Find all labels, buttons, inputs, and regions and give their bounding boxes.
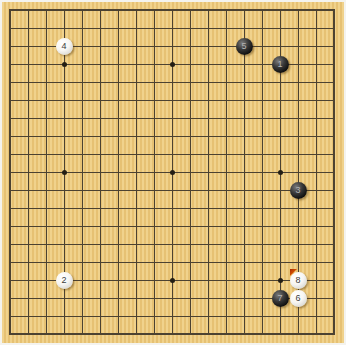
point-P11[interactable]	[253, 145, 271, 163]
point-R4[interactable]: 8	[289, 271, 307, 289]
point-C18[interactable]	[37, 19, 55, 37]
point-G8[interactable]	[109, 199, 127, 217]
point-F8[interactable]	[91, 199, 109, 217]
point-Q19[interactable]	[271, 1, 289, 19]
point-F1[interactable]	[91, 325, 109, 343]
point-B5[interactable]	[19, 253, 37, 271]
point-O7[interactable]	[235, 217, 253, 235]
point-F14[interactable]	[91, 91, 109, 109]
point-B13[interactable]	[19, 109, 37, 127]
point-M4[interactable]	[199, 271, 217, 289]
point-C15[interactable]	[37, 73, 55, 91]
point-H4[interactable]	[127, 271, 145, 289]
point-C1[interactable]	[37, 325, 55, 343]
point-G17[interactable]	[109, 37, 127, 55]
point-K17[interactable]	[163, 37, 181, 55]
point-N17[interactable]	[217, 37, 235, 55]
point-Q18[interactable]	[271, 19, 289, 37]
point-N11[interactable]	[217, 145, 235, 163]
point-S1[interactable]	[307, 325, 325, 343]
point-Q14[interactable]	[271, 91, 289, 109]
point-L3[interactable]	[181, 289, 199, 307]
point-T19[interactable]	[325, 1, 343, 19]
point-T17[interactable]	[325, 37, 343, 55]
point-N5[interactable]	[217, 253, 235, 271]
point-N14[interactable]	[217, 91, 235, 109]
point-Q9[interactable]	[271, 181, 289, 199]
point-M18[interactable]	[199, 19, 217, 37]
point-J5[interactable]	[145, 253, 163, 271]
point-M8[interactable]	[199, 199, 217, 217]
point-H6[interactable]	[127, 235, 145, 253]
point-K6[interactable]	[163, 235, 181, 253]
point-E15[interactable]	[73, 73, 91, 91]
point-B12[interactable]	[19, 127, 37, 145]
point-A6[interactable]	[1, 235, 19, 253]
point-L5[interactable]	[181, 253, 199, 271]
point-S18[interactable]	[307, 19, 325, 37]
point-F2[interactable]	[91, 307, 109, 325]
point-O3[interactable]	[235, 289, 253, 307]
point-K11[interactable]	[163, 145, 181, 163]
point-H12[interactable]	[127, 127, 145, 145]
point-E3[interactable]	[73, 289, 91, 307]
point-J15[interactable]	[145, 73, 163, 91]
point-A10[interactable]	[1, 163, 19, 181]
point-T15[interactable]	[325, 73, 343, 91]
point-H18[interactable]	[127, 19, 145, 37]
point-C13[interactable]	[37, 109, 55, 127]
point-D1[interactable]	[55, 325, 73, 343]
point-B11[interactable]	[19, 145, 37, 163]
point-O11[interactable]	[235, 145, 253, 163]
point-S13[interactable]	[307, 109, 325, 127]
point-M17[interactable]	[199, 37, 217, 55]
point-S9[interactable]	[307, 181, 325, 199]
point-J17[interactable]	[145, 37, 163, 55]
point-F10[interactable]	[91, 163, 109, 181]
point-H14[interactable]	[127, 91, 145, 109]
point-M10[interactable]	[199, 163, 217, 181]
point-L12[interactable]	[181, 127, 199, 145]
point-T8[interactable]	[325, 199, 343, 217]
point-K14[interactable]	[163, 91, 181, 109]
point-A11[interactable]	[1, 145, 19, 163]
point-T7[interactable]	[325, 217, 343, 235]
point-T6[interactable]	[325, 235, 343, 253]
point-B16[interactable]	[19, 55, 37, 73]
point-B9[interactable]	[19, 181, 37, 199]
point-L6[interactable]	[181, 235, 199, 253]
point-E4[interactable]	[73, 271, 91, 289]
point-D11[interactable]	[55, 145, 73, 163]
point-Q1[interactable]	[271, 325, 289, 343]
point-P9[interactable]	[253, 181, 271, 199]
point-T18[interactable]	[325, 19, 343, 37]
point-P13[interactable]	[253, 109, 271, 127]
point-D5[interactable]	[55, 253, 73, 271]
point-O9[interactable]	[235, 181, 253, 199]
point-H3[interactable]	[127, 289, 145, 307]
point-S14[interactable]	[307, 91, 325, 109]
point-R16[interactable]	[289, 55, 307, 73]
point-P19[interactable]	[253, 1, 271, 19]
point-P8[interactable]	[253, 199, 271, 217]
point-J6[interactable]	[145, 235, 163, 253]
point-E5[interactable]	[73, 253, 91, 271]
point-A5[interactable]	[1, 253, 19, 271]
point-S3[interactable]	[307, 289, 325, 307]
point-R19[interactable]	[289, 1, 307, 19]
point-D9[interactable]	[55, 181, 73, 199]
point-F5[interactable]	[91, 253, 109, 271]
point-M7[interactable]	[199, 217, 217, 235]
point-B19[interactable]	[19, 1, 37, 19]
point-J16[interactable]	[145, 55, 163, 73]
point-F18[interactable]	[91, 19, 109, 37]
point-R12[interactable]	[289, 127, 307, 145]
point-S15[interactable]	[307, 73, 325, 91]
point-H1[interactable]	[127, 325, 145, 343]
point-E7[interactable]	[73, 217, 91, 235]
point-T14[interactable]	[325, 91, 343, 109]
point-N15[interactable]	[217, 73, 235, 91]
point-K19[interactable]	[163, 1, 181, 19]
point-C14[interactable]	[37, 91, 55, 109]
point-R6[interactable]	[289, 235, 307, 253]
point-A15[interactable]	[1, 73, 19, 91]
point-H17[interactable]	[127, 37, 145, 55]
point-A9[interactable]	[1, 181, 19, 199]
point-O13[interactable]	[235, 109, 253, 127]
point-E10[interactable]	[73, 163, 91, 181]
point-E14[interactable]	[73, 91, 91, 109]
point-L2[interactable]	[181, 307, 199, 325]
point-G3[interactable]	[109, 289, 127, 307]
point-C7[interactable]	[37, 217, 55, 235]
point-A12[interactable]	[1, 127, 19, 145]
point-H10[interactable]	[127, 163, 145, 181]
point-J3[interactable]	[145, 289, 163, 307]
point-P18[interactable]	[253, 19, 271, 37]
point-Q16[interactable]: 1	[271, 55, 289, 73]
point-G9[interactable]	[109, 181, 127, 199]
point-E12[interactable]	[73, 127, 91, 145]
point-N12[interactable]	[217, 127, 235, 145]
point-Q13[interactable]	[271, 109, 289, 127]
point-Q4[interactable]	[271, 271, 289, 289]
point-B15[interactable]	[19, 73, 37, 91]
point-M13[interactable]	[199, 109, 217, 127]
point-P1[interactable]	[253, 325, 271, 343]
point-L11[interactable]	[181, 145, 199, 163]
point-A19[interactable]	[1, 1, 19, 19]
point-O15[interactable]	[235, 73, 253, 91]
point-O8[interactable]	[235, 199, 253, 217]
point-M15[interactable]	[199, 73, 217, 91]
point-D19[interactable]	[55, 1, 73, 19]
point-A8[interactable]	[1, 199, 19, 217]
point-J11[interactable]	[145, 145, 163, 163]
point-B1[interactable]	[19, 325, 37, 343]
point-C12[interactable]	[37, 127, 55, 145]
point-H2[interactable]	[127, 307, 145, 325]
point-C19[interactable]	[37, 1, 55, 19]
point-G19[interactable]	[109, 1, 127, 19]
point-P5[interactable]	[253, 253, 271, 271]
point-G14[interactable]	[109, 91, 127, 109]
point-L8[interactable]	[181, 199, 199, 217]
point-T11[interactable]	[325, 145, 343, 163]
point-G12[interactable]	[109, 127, 127, 145]
point-O6[interactable]	[235, 235, 253, 253]
point-D7[interactable]	[55, 217, 73, 235]
point-F19[interactable]	[91, 1, 109, 19]
point-E13[interactable]	[73, 109, 91, 127]
point-A2[interactable]	[1, 307, 19, 325]
point-E16[interactable]	[73, 55, 91, 73]
point-H13[interactable]	[127, 109, 145, 127]
point-R2[interactable]	[289, 307, 307, 325]
point-F3[interactable]	[91, 289, 109, 307]
point-E6[interactable]	[73, 235, 91, 253]
point-K16[interactable]	[163, 55, 181, 73]
point-C11[interactable]	[37, 145, 55, 163]
point-Q8[interactable]	[271, 199, 289, 217]
point-M1[interactable]	[199, 325, 217, 343]
point-S16[interactable]	[307, 55, 325, 73]
point-A14[interactable]	[1, 91, 19, 109]
point-B3[interactable]	[19, 289, 37, 307]
point-R5[interactable]	[289, 253, 307, 271]
point-Q3[interactable]: 7	[271, 289, 289, 307]
point-D18[interactable]	[55, 19, 73, 37]
point-J7[interactable]	[145, 217, 163, 235]
point-D4[interactable]: 2	[55, 271, 73, 289]
point-T5[interactable]	[325, 253, 343, 271]
point-F16[interactable]	[91, 55, 109, 73]
point-L16[interactable]	[181, 55, 199, 73]
point-G11[interactable]	[109, 145, 127, 163]
point-H15[interactable]	[127, 73, 145, 91]
point-N9[interactable]	[217, 181, 235, 199]
point-B10[interactable]	[19, 163, 37, 181]
point-M11[interactable]	[199, 145, 217, 163]
point-R17[interactable]	[289, 37, 307, 55]
point-C8[interactable]	[37, 199, 55, 217]
point-N8[interactable]	[217, 199, 235, 217]
point-K9[interactable]	[163, 181, 181, 199]
point-C9[interactable]	[37, 181, 55, 199]
point-R18[interactable]	[289, 19, 307, 37]
point-F15[interactable]	[91, 73, 109, 91]
point-G15[interactable]	[109, 73, 127, 91]
point-R15[interactable]	[289, 73, 307, 91]
point-N6[interactable]	[217, 235, 235, 253]
point-O12[interactable]	[235, 127, 253, 145]
point-R14[interactable]	[289, 91, 307, 109]
point-E8[interactable]	[73, 199, 91, 217]
point-B18[interactable]	[19, 19, 37, 37]
point-T16[interactable]	[325, 55, 343, 73]
point-S12[interactable]	[307, 127, 325, 145]
point-E19[interactable]	[73, 1, 91, 19]
point-C16[interactable]	[37, 55, 55, 73]
point-D3[interactable]	[55, 289, 73, 307]
point-B17[interactable]	[19, 37, 37, 55]
point-M5[interactable]	[199, 253, 217, 271]
point-T4[interactable]	[325, 271, 343, 289]
point-T3[interactable]	[325, 289, 343, 307]
point-E1[interactable]	[73, 325, 91, 343]
point-T1[interactable]	[325, 325, 343, 343]
point-A1[interactable]	[1, 325, 19, 343]
point-O19[interactable]	[235, 1, 253, 19]
point-N13[interactable]	[217, 109, 235, 127]
point-C17[interactable]	[37, 37, 55, 55]
point-E2[interactable]	[73, 307, 91, 325]
point-D15[interactable]	[55, 73, 73, 91]
point-M3[interactable]	[199, 289, 217, 307]
point-K18[interactable]	[163, 19, 181, 37]
point-O10[interactable]	[235, 163, 253, 181]
point-N16[interactable]	[217, 55, 235, 73]
point-J8[interactable]	[145, 199, 163, 217]
point-N1[interactable]	[217, 325, 235, 343]
point-F17[interactable]	[91, 37, 109, 55]
point-L15[interactable]	[181, 73, 199, 91]
point-E11[interactable]	[73, 145, 91, 163]
point-E9[interactable]	[73, 181, 91, 199]
point-J18[interactable]	[145, 19, 163, 37]
point-Q7[interactable]	[271, 217, 289, 235]
point-E18[interactable]	[73, 19, 91, 37]
point-O18[interactable]	[235, 19, 253, 37]
point-C4[interactable]	[37, 271, 55, 289]
point-K5[interactable]	[163, 253, 181, 271]
point-P6[interactable]	[253, 235, 271, 253]
point-G4[interactable]	[109, 271, 127, 289]
point-G13[interactable]	[109, 109, 127, 127]
point-Q17[interactable]	[271, 37, 289, 55]
point-A7[interactable]	[1, 217, 19, 235]
point-J13[interactable]	[145, 109, 163, 127]
point-N19[interactable]	[217, 1, 235, 19]
point-T9[interactable]	[325, 181, 343, 199]
point-J9[interactable]	[145, 181, 163, 199]
point-M14[interactable]	[199, 91, 217, 109]
point-L18[interactable]	[181, 19, 199, 37]
point-P10[interactable]	[253, 163, 271, 181]
point-L9[interactable]	[181, 181, 199, 199]
point-T13[interactable]	[325, 109, 343, 127]
point-N10[interactable]	[217, 163, 235, 181]
point-F13[interactable]	[91, 109, 109, 127]
point-L4[interactable]	[181, 271, 199, 289]
point-K7[interactable]	[163, 217, 181, 235]
point-G16[interactable]	[109, 55, 127, 73]
point-O2[interactable]	[235, 307, 253, 325]
point-R13[interactable]	[289, 109, 307, 127]
point-K13[interactable]	[163, 109, 181, 127]
point-P15[interactable]	[253, 73, 271, 91]
point-L10[interactable]	[181, 163, 199, 181]
point-P2[interactable]	[253, 307, 271, 325]
point-P16[interactable]	[253, 55, 271, 73]
point-D10[interactable]	[55, 163, 73, 181]
point-L1[interactable]	[181, 325, 199, 343]
point-O4[interactable]	[235, 271, 253, 289]
point-A13[interactable]	[1, 109, 19, 127]
point-S10[interactable]	[307, 163, 325, 181]
point-M19[interactable]	[199, 1, 217, 19]
point-O1[interactable]	[235, 325, 253, 343]
point-P17[interactable]	[253, 37, 271, 55]
point-Q12[interactable]	[271, 127, 289, 145]
point-G1[interactable]	[109, 325, 127, 343]
point-Q10[interactable]	[271, 163, 289, 181]
point-O17[interactable]: 5	[235, 37, 253, 55]
point-A17[interactable]	[1, 37, 19, 55]
point-G2[interactable]	[109, 307, 127, 325]
point-C6[interactable]	[37, 235, 55, 253]
point-H7[interactable]	[127, 217, 145, 235]
point-S8[interactable]	[307, 199, 325, 217]
point-D6[interactable]	[55, 235, 73, 253]
point-S2[interactable]	[307, 307, 325, 325]
point-S11[interactable]	[307, 145, 325, 163]
point-K8[interactable]	[163, 199, 181, 217]
point-K10[interactable]	[163, 163, 181, 181]
point-Q5[interactable]	[271, 253, 289, 271]
point-P4[interactable]	[253, 271, 271, 289]
point-J2[interactable]	[145, 307, 163, 325]
point-O14[interactable]	[235, 91, 253, 109]
point-P7[interactable]	[253, 217, 271, 235]
point-K15[interactable]	[163, 73, 181, 91]
point-N18[interactable]	[217, 19, 235, 37]
point-T2[interactable]	[325, 307, 343, 325]
point-P3[interactable]	[253, 289, 271, 307]
point-N2[interactable]	[217, 307, 235, 325]
point-J4[interactable]	[145, 271, 163, 289]
point-D8[interactable]	[55, 199, 73, 217]
point-L19[interactable]	[181, 1, 199, 19]
point-J12[interactable]	[145, 127, 163, 145]
point-K4[interactable]	[163, 271, 181, 289]
point-N7[interactable]	[217, 217, 235, 235]
point-A16[interactable]	[1, 55, 19, 73]
point-B6[interactable]	[19, 235, 37, 253]
point-S4[interactable]	[307, 271, 325, 289]
point-M16[interactable]	[199, 55, 217, 73]
point-O5[interactable]	[235, 253, 253, 271]
point-D14[interactable]	[55, 91, 73, 109]
point-C5[interactable]	[37, 253, 55, 271]
point-R1[interactable]	[289, 325, 307, 343]
point-Q2[interactable]	[271, 307, 289, 325]
point-M2[interactable]	[199, 307, 217, 325]
point-T12[interactable]	[325, 127, 343, 145]
point-S17[interactable]	[307, 37, 325, 55]
point-H11[interactable]	[127, 145, 145, 163]
point-C2[interactable]	[37, 307, 55, 325]
point-G6[interactable]	[109, 235, 127, 253]
point-G7[interactable]	[109, 217, 127, 235]
point-B7[interactable]	[19, 217, 37, 235]
point-B4[interactable]	[19, 271, 37, 289]
point-L7[interactable]	[181, 217, 199, 235]
